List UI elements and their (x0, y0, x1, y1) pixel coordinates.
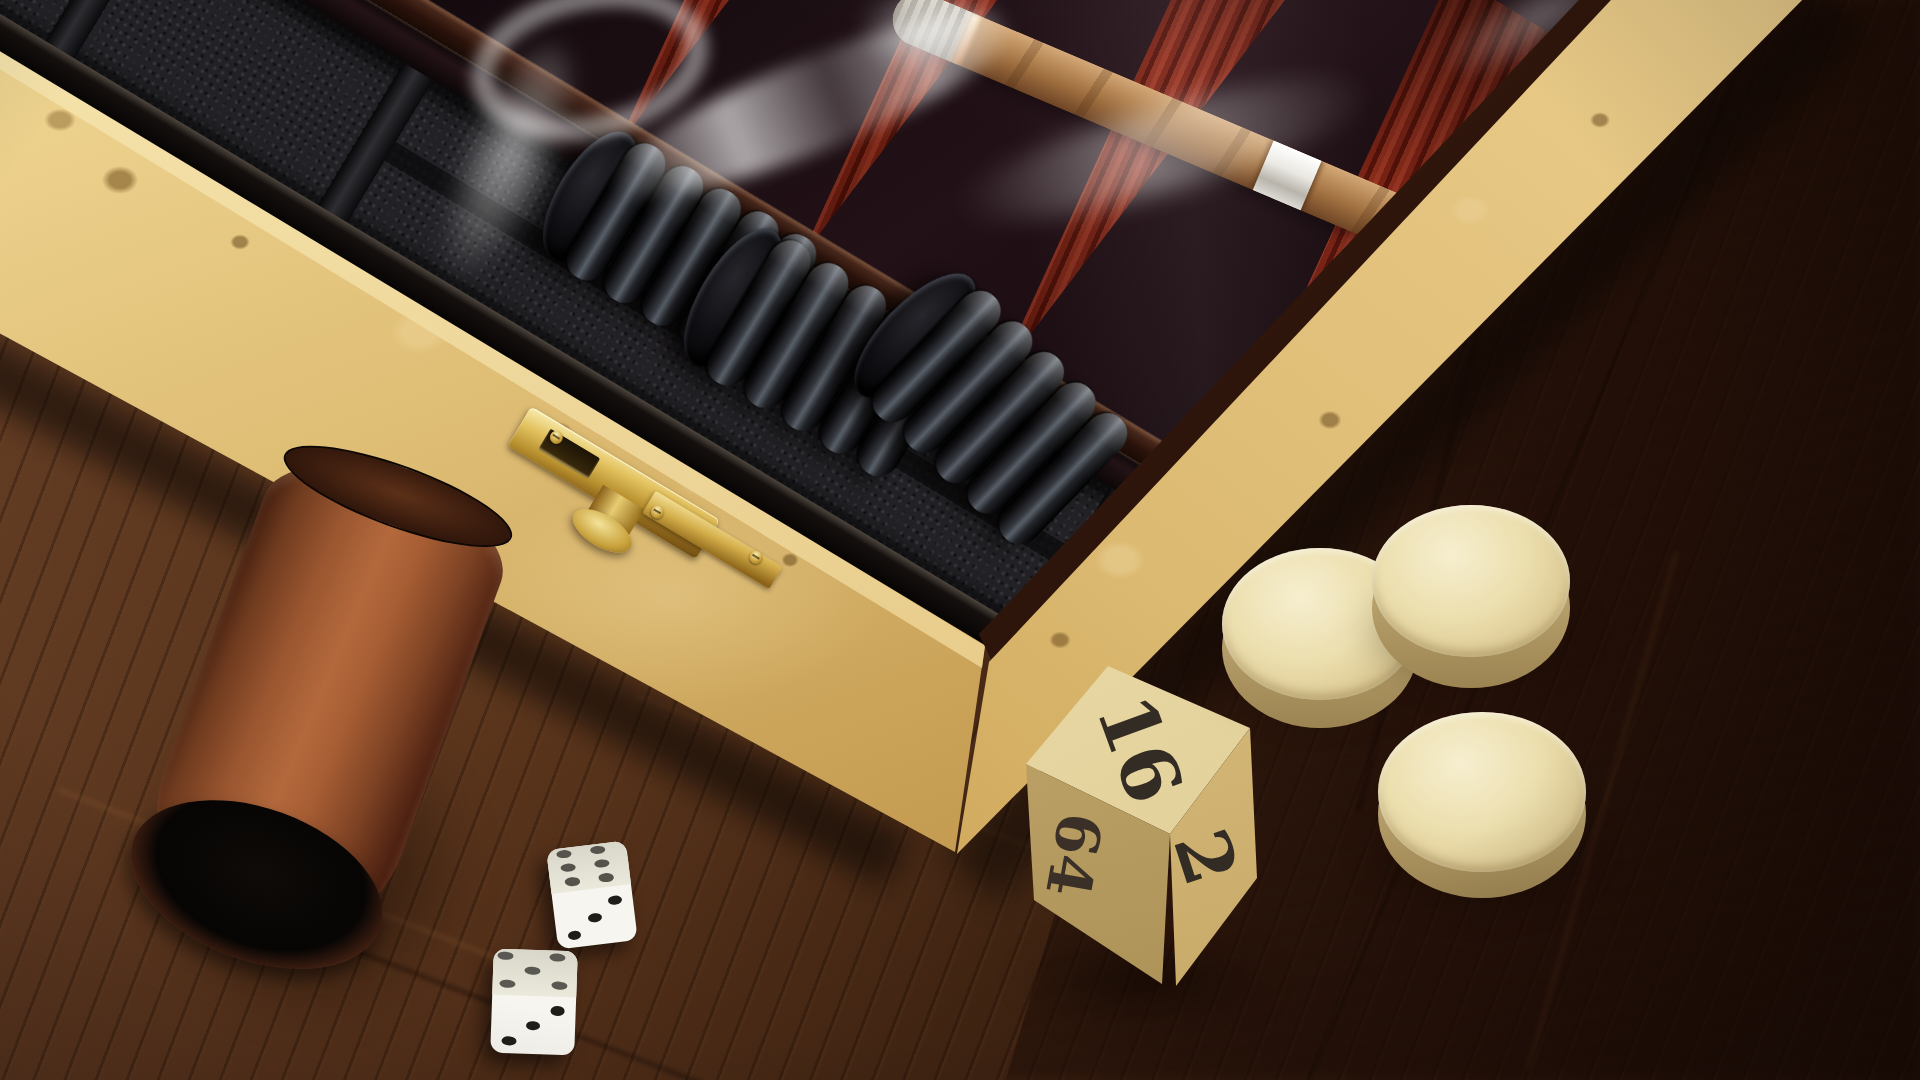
die-2-top-face (490, 949, 578, 998)
die-pip (502, 1036, 517, 1046)
cream-checker[interactable] (1378, 712, 1586, 872)
die-1[interactable] (546, 840, 638, 949)
die-pip (593, 859, 611, 869)
die-pip (524, 966, 541, 975)
die-pip (589, 845, 607, 855)
die-pip (497, 951, 514, 960)
die-pip (587, 912, 602, 923)
die-pip (567, 930, 582, 941)
photo-backgammon-set: 16 64 2 (0, 0, 1920, 1080)
die-pip (559, 863, 577, 873)
die-pip (597, 873, 615, 883)
die-1-front-face (552, 886, 638, 949)
die-pip (564, 877, 582, 887)
die-2[interactable] (490, 949, 578, 1056)
die-pip (608, 895, 623, 906)
cream-checker[interactable] (1372, 505, 1570, 657)
die-pip (555, 849, 573, 859)
die-pip (551, 981, 568, 990)
die-pip (526, 1021, 541, 1031)
die-2-front-face (490, 996, 576, 1055)
die-pip (550, 1006, 565, 1016)
die-pip (550, 953, 567, 962)
die-pip (499, 979, 516, 988)
